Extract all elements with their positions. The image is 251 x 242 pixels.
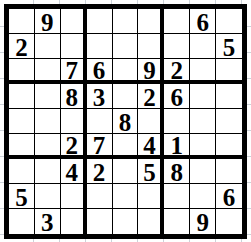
cell-r3c1[interactable]: [9, 59, 35, 84]
cell-r1c9[interactable]: [216, 9, 242, 34]
cell-r3c4[interactable]: 6: [87, 59, 113, 84]
cell-digit: 7: [65, 59, 78, 83]
cell-r6c6[interactable]: 4: [138, 134, 164, 159]
cell-r7c2[interactable]: [35, 159, 61, 184]
cell-r9c1[interactable]: [9, 209, 35, 234]
cell-r5c5[interactable]: 8: [113, 109, 139, 134]
cell-r4c5[interactable]: [113, 84, 139, 109]
cell-r3c3[interactable]: 7: [61, 59, 87, 84]
cell-r4c2[interactable]: [35, 84, 61, 109]
cell-r1c5[interactable]: [113, 9, 139, 34]
cell-digit: 4: [143, 134, 156, 158]
cell-r6c8[interactable]: [190, 134, 216, 159]
cell-r8c1[interactable]: 5: [9, 184, 35, 209]
cell-r7c4[interactable]: 2: [87, 159, 113, 184]
cell-r4c1[interactable]: [9, 84, 35, 109]
cell-r4c9[interactable]: [216, 84, 242, 109]
cell-digit: 5: [223, 35, 236, 60]
cell-r5c6[interactable]: [138, 109, 164, 134]
cell-digit: 2: [15, 35, 28, 60]
cell-r8c2[interactable]: [35, 184, 61, 209]
cell-r8c5[interactable]: [113, 184, 139, 209]
cell-digit: 5: [15, 185, 28, 210]
cell-digit: 3: [93, 85, 106, 110]
cell-r4c6[interactable]: 2: [138, 84, 164, 109]
cell-r2c5[interactable]: [113, 34, 139, 59]
cell-r3c6[interactable]: 9: [138, 59, 164, 84]
cell-r7c1[interactable]: [9, 159, 35, 184]
cell-r2c8[interactable]: [190, 34, 216, 59]
cell-r1c4[interactable]: [87, 9, 113, 34]
cell-r9c4[interactable]: [87, 209, 113, 234]
cell-r3c5[interactable]: [113, 59, 139, 84]
cell-digit: 1: [171, 134, 184, 158]
cell-r6c7[interactable]: 1: [164, 134, 190, 159]
cell-r1c3[interactable]: [61, 9, 87, 34]
cell-digit: 8: [171, 160, 184, 185]
cell-digit: 4: [65, 160, 78, 185]
cell-r4c3[interactable]: 8: [61, 84, 87, 109]
cell-r9c9[interactable]: [216, 209, 242, 234]
cell-digit: 6: [171, 85, 184, 110]
cell-r2c9[interactable]: 5: [216, 34, 242, 59]
cell-r1c6[interactable]: [138, 9, 164, 34]
sudoku-screenshot: 9625769283268274142585639: [0, 0, 251, 242]
cell-r4c7[interactable]: 6: [164, 84, 190, 109]
cell-r4c4[interactable]: 3: [87, 84, 113, 109]
sudoku-board: 9625769283268274142585639: [4, 4, 247, 239]
cell-r3c2[interactable]: [35, 59, 61, 84]
cell-r6c9[interactable]: [216, 134, 242, 159]
cell-r1c7[interactable]: [164, 9, 190, 34]
cell-digit: 3: [41, 210, 54, 234]
cell-r6c2[interactable]: [35, 134, 61, 159]
cell-r6c4[interactable]: 7: [87, 134, 113, 159]
cell-r2c1[interactable]: 2: [9, 34, 35, 59]
cell-r7c5[interactable]: [113, 159, 139, 184]
cell-r6c1[interactable]: [9, 134, 35, 159]
cell-r8c6[interactable]: [138, 184, 164, 209]
cell-r7c6[interactable]: 5: [138, 159, 164, 184]
cell-r2c3[interactable]: [61, 34, 87, 59]
cell-digit: 5: [143, 160, 156, 185]
cell-digit: 6: [196, 10, 209, 35]
cell-digit: 2: [93, 160, 106, 185]
cell-r9c7[interactable]: [164, 209, 190, 234]
cell-r8c4[interactable]: [87, 184, 113, 209]
cell-r2c2[interactable]: [35, 34, 61, 59]
cell-r8c9[interactable]: 6: [216, 184, 242, 209]
cell-r6c5[interactable]: [113, 134, 139, 159]
cell-digit: 6: [223, 185, 236, 210]
cell-r5c3[interactable]: [61, 109, 87, 134]
cell-r2c7[interactable]: [164, 34, 190, 59]
cell-r3c7[interactable]: 2: [164, 59, 190, 84]
cell-digit: 7: [93, 134, 106, 158]
cell-digit: 6: [93, 59, 106, 83]
cell-r5c7[interactable]: [164, 109, 190, 134]
cell-r2c6[interactable]: [138, 34, 164, 59]
cell-r9c8[interactable]: 9: [190, 209, 216, 234]
cell-digit: 2: [65, 134, 78, 158]
cell-digit: 9: [143, 59, 156, 83]
cell-r7c3[interactable]: 4: [61, 159, 87, 184]
cell-r1c8[interactable]: 6: [190, 9, 216, 34]
cell-digit: 9: [41, 10, 54, 35]
cell-digit: 8: [119, 110, 132, 135]
cell-r2c4[interactable]: [87, 34, 113, 59]
cell-digit: 2: [143, 85, 156, 110]
cell-r7c9[interactable]: [216, 159, 242, 184]
cell-r3c9[interactable]: [216, 59, 242, 84]
cell-r8c8[interactable]: [190, 184, 216, 209]
cell-r5c2[interactable]: [35, 109, 61, 134]
cell-r8c3[interactable]: [61, 184, 87, 209]
cell-r6c3[interactable]: 2: [61, 134, 87, 159]
cell-digit: 2: [171, 59, 184, 83]
cell-r9c6[interactable]: [138, 209, 164, 234]
cell-r4c8[interactable]: [190, 84, 216, 109]
cell-r3c8[interactable]: [190, 59, 216, 84]
cell-digit: 9: [196, 210, 209, 234]
cell-r5c4[interactable]: [87, 109, 113, 134]
cell-r5c1[interactable]: [9, 109, 35, 134]
cell-r5c8[interactable]: [190, 109, 216, 134]
cell-r1c2[interactable]: 9: [35, 9, 61, 34]
cell-r7c7[interactable]: 8: [164, 159, 190, 184]
cell-r1c1[interactable]: [9, 9, 35, 34]
cell-r9c2[interactable]: 3: [35, 209, 61, 234]
cell-r9c5[interactable]: [113, 209, 139, 234]
cell-r9c3[interactable]: [61, 209, 87, 234]
cell-digit: 8: [65, 85, 78, 110]
cell-r5c9[interactable]: [216, 109, 242, 134]
cell-r7c8[interactable]: [190, 159, 216, 184]
cell-r8c7[interactable]: [164, 184, 190, 209]
